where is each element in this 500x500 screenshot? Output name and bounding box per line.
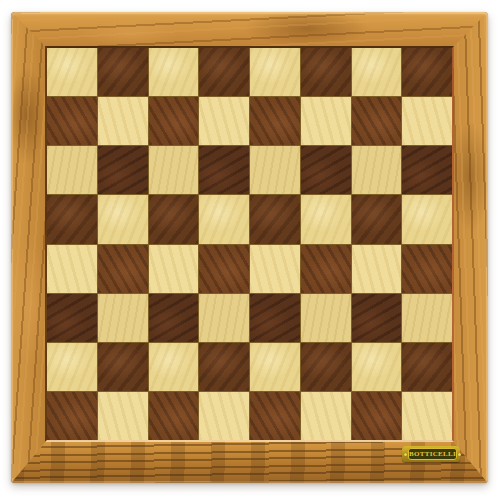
square-c3: [149, 294, 199, 342]
square-g3: [352, 294, 402, 342]
square-h4: [402, 245, 452, 293]
square-e5: [250, 195, 300, 243]
square-e8: [250, 48, 300, 96]
square-d3: [199, 294, 249, 342]
square-f5: [301, 195, 351, 243]
square-g6: [352, 146, 402, 194]
square-g1: [352, 392, 402, 440]
square-a4: [47, 245, 97, 293]
chess-board: [47, 48, 452, 440]
square-e7: [250, 97, 300, 145]
chessboard-frame: [11, 12, 488, 483]
square-g2: [352, 343, 402, 391]
square-a1: [47, 392, 97, 440]
square-g8: [352, 48, 402, 96]
brand-plaque-field: BOTTICELLI: [408, 448, 457, 460]
square-g7: [352, 97, 402, 145]
square-b5: [98, 195, 148, 243]
square-a5: [47, 195, 97, 243]
square-b2: [98, 343, 148, 391]
square-d1: [199, 392, 249, 440]
square-f3: [301, 294, 351, 342]
frame-rail-right: [452, 12, 488, 483]
square-h1: [402, 392, 452, 440]
square-d4: [199, 245, 249, 293]
square-d7: [199, 97, 249, 145]
brand-plaque: BOTTICELLI: [402, 446, 460, 462]
square-c1: [149, 392, 199, 440]
brand-plaque-text: BOTTICELLI: [409, 450, 456, 458]
square-f4: [301, 245, 351, 293]
square-c5: [149, 195, 199, 243]
square-e3: [250, 294, 300, 342]
square-f7: [301, 97, 351, 145]
square-c8: [149, 48, 199, 96]
square-f8: [301, 48, 351, 96]
square-c7: [149, 97, 199, 145]
plaque-screw-right: [458, 453, 461, 456]
square-h2: [402, 343, 452, 391]
square-f6: [301, 146, 351, 194]
square-b6: [98, 146, 148, 194]
square-g5: [352, 195, 402, 243]
square-a3: [47, 294, 97, 342]
square-g4: [352, 245, 402, 293]
square-c2: [149, 343, 199, 391]
plaque-screw-left: [404, 453, 407, 456]
frame-rail-left: [11, 12, 47, 483]
square-e6: [250, 146, 300, 194]
square-h7: [402, 97, 452, 145]
square-h8: [402, 48, 452, 96]
square-c4: [149, 245, 199, 293]
square-f1: [301, 392, 351, 440]
board-inlay-groove: [45, 46, 454, 442]
square-e2: [250, 343, 300, 391]
square-h3: [402, 294, 452, 342]
product-photo: BOTTICELLI: [0, 0, 500, 500]
square-c6: [149, 146, 199, 194]
square-a7: [47, 97, 97, 145]
square-d6: [199, 146, 249, 194]
square-a6: [47, 146, 97, 194]
square-e1: [250, 392, 300, 440]
square-a8: [47, 48, 97, 96]
square-b4: [98, 245, 148, 293]
square-d5: [199, 195, 249, 243]
square-d2: [199, 343, 249, 391]
square-a2: [47, 343, 97, 391]
frame-rail-top: [11, 12, 488, 48]
square-b1: [98, 392, 148, 440]
square-h6: [402, 146, 452, 194]
square-b7: [98, 97, 148, 145]
square-d8: [199, 48, 249, 96]
square-f2: [301, 343, 351, 391]
square-b8: [98, 48, 148, 96]
square-h5: [402, 195, 452, 243]
square-e4: [250, 245, 300, 293]
square-b3: [98, 294, 148, 342]
